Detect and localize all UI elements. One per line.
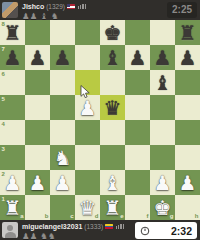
square-f3[interactable]	[125, 145, 150, 170]
chess-board: 8♜♚♜7♟♟♟♝♟♟♟6♝5♟♛43♞2♟♟♟♝♟♟1a♜bcd♛e♜fg♚h	[0, 20, 200, 220]
piece-black-pawn[interactable]: ♟	[125, 45, 150, 70]
square-b7[interactable]: ♟	[25, 45, 50, 70]
piece-black-king[interactable]: ♚	[100, 20, 125, 45]
square-b3[interactable]	[25, 145, 50, 170]
square-h1[interactable]: h	[175, 195, 200, 220]
bottom-clock-time: 2:32	[171, 225, 192, 237]
top-player-rating: (1329)	[46, 3, 65, 10]
piece-white-queen[interactable]: ♛	[75, 195, 100, 220]
bottom-player-info: miguelangel32031 (1333) ♟♟♞♞	[22, 222, 135, 240]
square-d4[interactable]	[75, 120, 100, 145]
piece-white-bishop[interactable]: ♝	[100, 170, 125, 195]
square-d3[interactable]	[75, 145, 100, 170]
piece-white-king[interactable]: ♚	[150, 195, 175, 220]
square-g6[interactable]: ♝	[150, 70, 175, 95]
piece-black-pawn[interactable]: ♟	[0, 45, 25, 70]
square-d8[interactable]	[75, 20, 100, 45]
file-label-c: c	[70, 213, 73, 219]
piece-white-pawn[interactable]: ♟	[25, 170, 50, 195]
square-b8[interactable]	[25, 20, 50, 45]
piece-white-knight[interactable]: ♞	[50, 145, 75, 170]
square-e8[interactable]: ♚	[100, 20, 125, 45]
top-player-clock: 2:25	[167, 2, 197, 18]
rank-label-6: 6	[2, 71, 5, 77]
square-g2[interactable]: ♟	[150, 170, 175, 195]
piece-white-pawn[interactable]: ♟	[0, 170, 25, 195]
square-g1[interactable]: g♚	[150, 195, 175, 220]
bottom-player-avatar[interactable]	[2, 222, 18, 238]
square-d2[interactable]	[75, 170, 100, 195]
captured-knight-icon: ♞	[48, 231, 56, 240]
connection-bars-icon	[116, 224, 124, 229]
square-h7[interactable]: ♟	[175, 45, 200, 70]
square-c1[interactable]: c	[50, 195, 75, 220]
square-d1[interactable]: d♛	[75, 195, 100, 220]
rank-label-5: 5	[2, 96, 5, 102]
top-player-info: Jishco (1329) ♟♟♝♞	[22, 2, 167, 22]
square-h5[interactable]	[175, 95, 200, 120]
square-e2[interactable]: ♝	[100, 170, 125, 195]
bottom-captured-pieces: ♟♟♞♞	[22, 232, 135, 240]
connection-bars-icon	[78, 4, 86, 9]
square-g8[interactable]	[150, 20, 175, 45]
square-c3[interactable]: ♞	[50, 145, 75, 170]
square-e1[interactable]: e♜	[100, 195, 125, 220]
square-d7[interactable]	[75, 45, 100, 70]
square-g3[interactable]	[150, 145, 175, 170]
square-f5[interactable]	[125, 95, 150, 120]
bottom-player-bar: miguelangel32031 (1333) ♟♟♞♞ 2:32	[0, 220, 200, 240]
square-h2[interactable]: ♟	[175, 170, 200, 195]
us-flag-icon	[67, 4, 75, 9]
bottom-player-name: miguelangel32031	[22, 223, 82, 230]
square-c7[interactable]: ♟	[50, 45, 75, 70]
square-f6[interactable]	[125, 70, 150, 95]
square-g4[interactable]	[150, 120, 175, 145]
piece-black-bishop[interactable]: ♝	[150, 70, 175, 95]
mouse-cursor-icon	[80, 85, 91, 99]
piece-black-pawn[interactable]: ♟	[175, 45, 200, 70]
square-h3[interactable]	[175, 145, 200, 170]
file-label-h: h	[195, 213, 199, 219]
square-b2[interactable]: ♟	[25, 170, 50, 195]
square-g7[interactable]: ♟	[150, 45, 175, 70]
rank-label-3: 3	[2, 146, 5, 152]
file-label-f: f	[147, 213, 149, 219]
square-c5[interactable]	[50, 95, 75, 120]
chess-app: Jishco (1329) ♟♟♝♞ 2:25 8♜♚♜7♟♟♟♝♟♟♟6♝5♟…	[0, 0, 200, 240]
square-h4[interactable]	[175, 120, 200, 145]
square-c4[interactable]	[50, 120, 75, 145]
rank-label-4: 4	[2, 121, 5, 127]
square-e7[interactable]: ♝	[100, 45, 125, 70]
piece-white-pawn[interactable]: ♟	[175, 170, 200, 195]
piece-black-bishop[interactable]: ♝	[100, 45, 125, 70]
square-f2[interactable]	[125, 170, 150, 195]
square-a3[interactable]: 3	[0, 145, 25, 170]
top-player-avatar[interactable]	[2, 2, 18, 18]
square-b5[interactable]	[25, 95, 50, 120]
piece-white-pawn[interactable]: ♟	[50, 170, 75, 195]
square-a7[interactable]: 7♟	[0, 45, 25, 70]
square-a6[interactable]: 6	[0, 70, 25, 95]
clock-icon	[140, 226, 150, 236]
piece-black-rook[interactable]: ♜	[0, 20, 25, 45]
captured-pawn-icon: ♟	[30, 231, 38, 240]
piece-black-queen[interactable]: ♛	[100, 95, 125, 120]
square-c2[interactable]: ♟	[50, 170, 75, 195]
piece-black-pawn[interactable]: ♟	[150, 45, 175, 70]
square-e4[interactable]	[100, 120, 125, 145]
piece-black-pawn[interactable]: ♟	[25, 45, 50, 70]
square-a4[interactable]: 4	[0, 120, 25, 145]
square-e6[interactable]	[100, 70, 125, 95]
square-a2[interactable]: 2♟	[0, 170, 25, 195]
piece-black-pawn[interactable]: ♟	[50, 45, 75, 70]
piece-white-rook[interactable]: ♜	[100, 195, 125, 220]
piece-white-pawn[interactable]: ♟	[150, 170, 175, 195]
square-a8[interactable]: 8♜	[0, 20, 25, 45]
top-clock-time: 2:25	[172, 4, 192, 15]
top-player-bar: Jishco (1329) ♟♟♝♞ 2:25	[0, 0, 200, 20]
square-e5[interactable]: ♛	[100, 95, 125, 120]
square-a5[interactable]: 5	[0, 95, 25, 120]
square-h8[interactable]: ♜	[175, 20, 200, 45]
bottom-player-rating: (1333)	[84, 223, 103, 230]
piece-white-rook[interactable]: ♜	[0, 195, 25, 220]
captured-pawn-icon: ♟	[22, 231, 30, 240]
square-f8[interactable]	[125, 20, 150, 45]
square-f1[interactable]: f	[125, 195, 150, 220]
square-a1[interactable]: 1a♜	[0, 195, 25, 220]
square-h6[interactable]	[175, 70, 200, 95]
top-player-name: Jishco	[22, 3, 44, 10]
square-g5[interactable]	[150, 95, 175, 120]
piece-black-rook[interactable]: ♜	[175, 20, 200, 45]
square-f4[interactable]	[125, 120, 150, 145]
square-b4[interactable]	[25, 120, 50, 145]
square-c6[interactable]	[50, 70, 75, 95]
square-e3[interactable]	[100, 145, 125, 170]
tricolor-flag-icon	[105, 224, 113, 229]
square-b6[interactable]	[25, 70, 50, 95]
bottom-player-clock: 2:32	[135, 222, 197, 239]
file-label-b: b	[45, 213, 49, 219]
square-c8[interactable]	[50, 20, 75, 45]
captured-knight-icon: ♞	[40, 231, 48, 240]
square-f7[interactable]: ♟	[125, 45, 150, 70]
square-b1[interactable]: b	[25, 195, 50, 220]
